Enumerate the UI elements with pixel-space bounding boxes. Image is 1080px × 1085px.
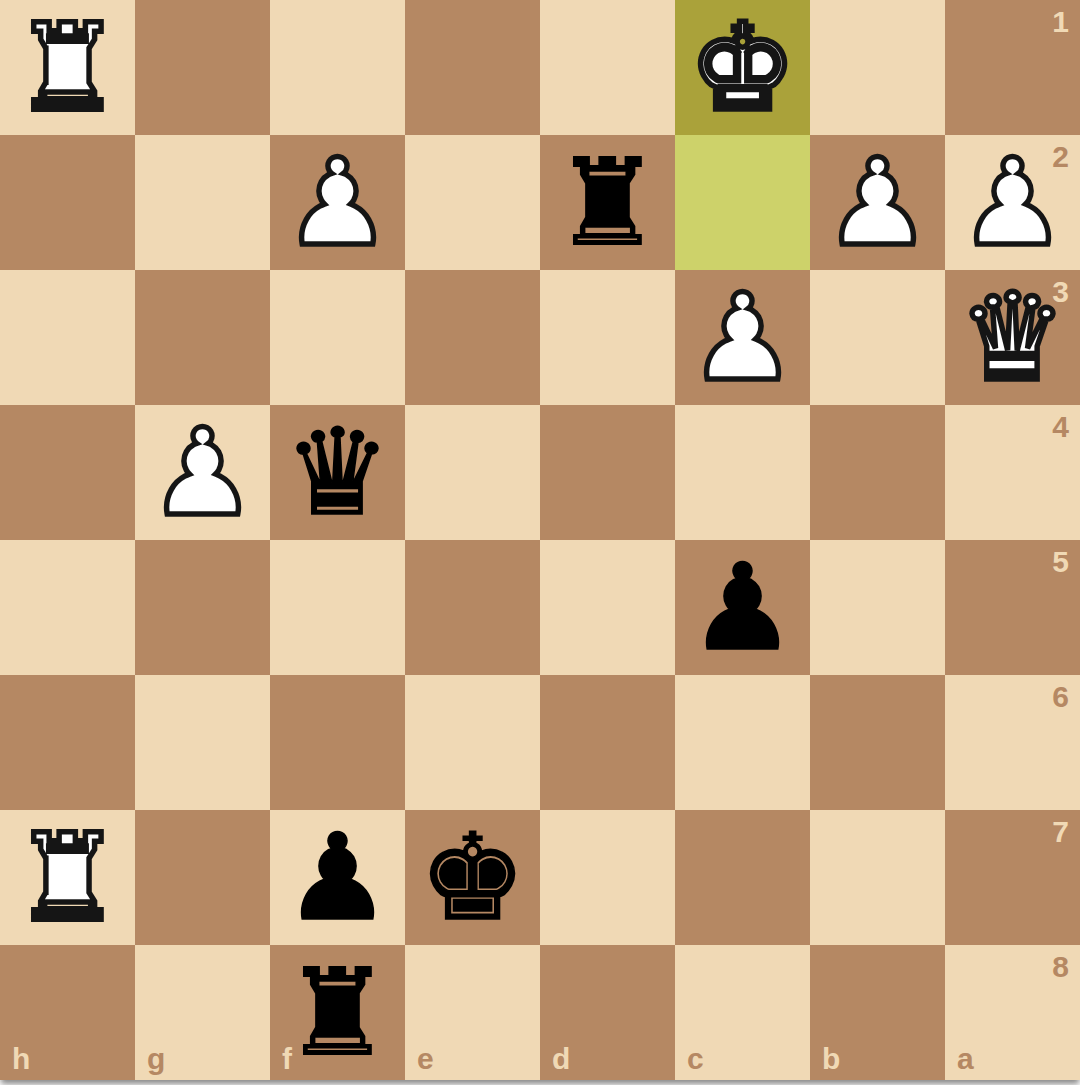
square-e8[interactable]: e (405, 945, 540, 1080)
file-label-d: d (552, 1044, 570, 1074)
square-g3[interactable] (135, 270, 270, 405)
rank-label-8: 8 (1052, 952, 1069, 982)
square-e3[interactable] (405, 270, 540, 405)
rank-label-4: 4 (1052, 412, 1069, 442)
rank-label-5: 5 (1052, 547, 1069, 577)
square-b3[interactable] (810, 270, 945, 405)
square-e1[interactable] (405, 0, 540, 135)
square-d5[interactable] (540, 540, 675, 675)
white-rook[interactable]: ♜ (14, 0, 122, 135)
square-f3[interactable] (270, 270, 405, 405)
square-d8[interactable]: d (540, 945, 675, 1080)
square-a2[interactable]: 2♟ (945, 135, 1080, 270)
square-h1[interactable]: ♜ (0, 0, 135, 135)
black-pawn[interactable]: ♟ (284, 810, 392, 945)
square-h8[interactable]: h (0, 945, 135, 1080)
file-label-e: e (417, 1044, 434, 1074)
square-a3[interactable]: 3♛ (945, 270, 1080, 405)
square-c8[interactable]: c (675, 945, 810, 1080)
square-b2[interactable]: ♟ (810, 135, 945, 270)
square-b4[interactable] (810, 405, 945, 540)
square-c2[interactable] (675, 135, 810, 270)
black-pawn[interactable]: ♟ (689, 540, 797, 675)
rank-label-7: 7 (1052, 817, 1069, 847)
square-a7[interactable]: 7 (945, 810, 1080, 945)
square-f4[interactable]: ♛ (270, 405, 405, 540)
file-label-h: h (12, 1044, 30, 1074)
square-e5[interactable] (405, 540, 540, 675)
rank-label-6: 6 (1052, 682, 1069, 712)
square-g5[interactable] (135, 540, 270, 675)
square-g7[interactable] (135, 810, 270, 945)
white-king[interactable]: ♚ (689, 0, 797, 135)
square-b5[interactable] (810, 540, 945, 675)
square-h7[interactable]: ♜ (0, 810, 135, 945)
file-label-a: a (957, 1044, 974, 1074)
square-a8[interactable]: 8a (945, 945, 1080, 1080)
square-f2[interactable]: ♟ (270, 135, 405, 270)
square-d3[interactable] (540, 270, 675, 405)
square-g2[interactable] (135, 135, 270, 270)
square-h3[interactable] (0, 270, 135, 405)
black-king[interactable]: ♚ (419, 810, 527, 945)
square-e2[interactable] (405, 135, 540, 270)
square-f5[interactable] (270, 540, 405, 675)
square-c4[interactable] (675, 405, 810, 540)
file-label-g: g (147, 1044, 165, 1074)
square-d7[interactable] (540, 810, 675, 945)
square-b8[interactable]: b (810, 945, 945, 1080)
square-e7[interactable]: ♚ (405, 810, 540, 945)
square-d4[interactable] (540, 405, 675, 540)
white-pawn[interactable]: ♟ (959, 135, 1067, 270)
square-d1[interactable] (540, 0, 675, 135)
square-f1[interactable] (270, 0, 405, 135)
square-g6[interactable] (135, 675, 270, 810)
square-h6[interactable] (0, 675, 135, 810)
square-b6[interactable] (810, 675, 945, 810)
square-c1[interactable]: ♚ (675, 0, 810, 135)
black-queen[interactable]: ♛ (284, 405, 392, 540)
black-rook[interactable]: ♜ (554, 135, 662, 270)
square-g4[interactable]: ♟ (135, 405, 270, 540)
square-c3[interactable]: ♟ (675, 270, 810, 405)
square-g8[interactable]: g (135, 945, 270, 1080)
square-f7[interactable]: ♟ (270, 810, 405, 945)
white-pawn[interactable]: ♟ (824, 135, 932, 270)
square-f6[interactable] (270, 675, 405, 810)
black-rook[interactable]: ♜ (284, 945, 392, 1080)
white-pawn[interactable]: ♟ (149, 405, 257, 540)
square-e4[interactable] (405, 405, 540, 540)
square-b7[interactable] (810, 810, 945, 945)
square-h5[interactable] (0, 540, 135, 675)
white-queen[interactable]: ♛ (959, 270, 1067, 405)
square-a1[interactable]: 1 (945, 0, 1080, 135)
square-a4[interactable]: 4 (945, 405, 1080, 540)
square-c5[interactable]: ♟ (675, 540, 810, 675)
square-c6[interactable] (675, 675, 810, 810)
square-a6[interactable]: 6 (945, 675, 1080, 810)
white-pawn[interactable]: ♟ (689, 270, 797, 405)
white-pawn[interactable]: ♟ (284, 135, 392, 270)
chess-board: ♜♚1♟♜♟2♟♟3♛♟♛4♟56♜♟♚7hgf♜edcb8a (0, 0, 1080, 1080)
white-rook[interactable]: ♜ (14, 810, 122, 945)
file-label-c: c (687, 1044, 704, 1074)
square-b1[interactable] (810, 0, 945, 135)
square-h4[interactable] (0, 405, 135, 540)
square-d6[interactable] (540, 675, 675, 810)
rank-label-1: 1 (1052, 7, 1069, 37)
square-c7[interactable] (675, 810, 810, 945)
square-a5[interactable]: 5 (945, 540, 1080, 675)
square-e6[interactable] (405, 675, 540, 810)
square-h2[interactable] (0, 135, 135, 270)
square-d2[interactable]: ♜ (540, 135, 675, 270)
square-f8[interactable]: f♜ (270, 945, 405, 1080)
square-g1[interactable] (135, 0, 270, 135)
file-label-b: b (822, 1044, 840, 1074)
